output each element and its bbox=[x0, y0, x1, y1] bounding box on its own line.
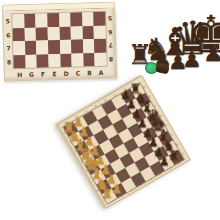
box-square-b7 bbox=[83, 39, 95, 53]
box-square-e7 bbox=[48, 40, 60, 54]
file-label: E bbox=[49, 67, 61, 79]
open-chess-board[interactable]: abcdefgh abcdefgh 87654321 87654321 ♜♞♝♛… bbox=[57, 75, 191, 209]
white-rook-piece[interactable]: ♜ bbox=[101, 187, 113, 200]
box-square-f7 bbox=[36, 40, 48, 54]
box-square-g8 bbox=[25, 54, 37, 68]
box-square-d6 bbox=[59, 26, 71, 40]
box-square-a5 bbox=[94, 12, 106, 26]
box-square-a7 bbox=[94, 39, 106, 53]
box-square-g5 bbox=[24, 14, 36, 28]
box-square-b8 bbox=[83, 53, 95, 67]
box-square-b6 bbox=[82, 26, 94, 40]
black-pawn-piece[interactable]: ♟ bbox=[159, 155, 170, 167]
box-square-e8 bbox=[48, 53, 60, 67]
box-file-labels: HGFEDCBA bbox=[14, 66, 107, 81]
box-square-h6 bbox=[13, 27, 25, 41]
box-half-chessboard bbox=[12, 12, 106, 69]
box-right-rank-labels: 5678 bbox=[105, 11, 116, 65]
box-square-g7 bbox=[25, 41, 37, 55]
file-label: B bbox=[83, 66, 95, 78]
standing-pawn-piece[interactable]: ♟ bbox=[203, 42, 220, 65]
rank-label: 8 bbox=[4, 55, 13, 69]
chess-set-product-photo: 5678 5678 HGFEDCBA ♜♞♝♛♚♟♟♟♟ abcdefgh ab… bbox=[0, 0, 220, 220]
file-label: G bbox=[25, 68, 37, 80]
box-square-d8 bbox=[60, 53, 72, 67]
rank-label-mirrored: 6 bbox=[106, 25, 115, 39]
box-square-e5 bbox=[47, 13, 59, 27]
box-square-f6 bbox=[36, 27, 48, 41]
file-label: D bbox=[60, 67, 72, 79]
rank-label: 5 bbox=[3, 14, 12, 28]
rank-label: 7 bbox=[4, 41, 13, 55]
file-label: A bbox=[95, 66, 107, 78]
folded-chess-board-box[interactable]: 5678 5678 HGFEDCBA bbox=[2, 1, 117, 82]
box-square-c6 bbox=[71, 26, 83, 40]
box-square-g6 bbox=[24, 27, 36, 41]
box-square-a8 bbox=[95, 52, 107, 66]
box-square-d7 bbox=[59, 40, 71, 54]
rank-label-mirrored: 7 bbox=[106, 38, 115, 52]
rank-label-mirrored: 5 bbox=[105, 11, 114, 25]
box-square-c8 bbox=[71, 53, 83, 67]
box-square-h7 bbox=[13, 41, 25, 55]
rank-label: 6 bbox=[4, 28, 13, 42]
rank-label-mirrored: 8 bbox=[106, 52, 115, 66]
box-front-half-board: 5678 5678 HGFEDCBA bbox=[2, 8, 117, 81]
box-square-f5 bbox=[35, 13, 47, 27]
box-square-h5 bbox=[12, 14, 24, 28]
box-square-b5 bbox=[82, 12, 94, 26]
box-square-h8 bbox=[13, 54, 25, 68]
box-square-d5 bbox=[59, 13, 71, 27]
fallen-pawn-body bbox=[155, 63, 170, 75]
box-square-c5 bbox=[70, 12, 82, 26]
file-label: H bbox=[14, 68, 26, 80]
file-label: C bbox=[72, 66, 84, 78]
box-square-e6 bbox=[47, 27, 59, 41]
board-frame: abcdefgh abcdefgh 87654321 87654321 ♜♞♝♛… bbox=[57, 75, 191, 209]
standing-pawn-piece[interactable]: ♟ bbox=[182, 49, 202, 71]
box-square-c7 bbox=[71, 39, 83, 53]
box-square-f8 bbox=[37, 54, 49, 68]
box-square-a6 bbox=[94, 25, 106, 39]
file-label: F bbox=[37, 67, 49, 79]
